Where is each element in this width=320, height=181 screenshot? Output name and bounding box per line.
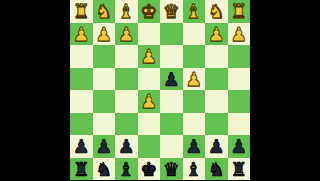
square-g5[interactable] [93,90,116,113]
square-a8[interactable]: ♜ [228,158,251,181]
square-e8[interactable]: ♚ [138,158,161,181]
square-d2[interactable] [160,23,183,46]
black-pawn-icon: ♟ [208,135,225,157]
black-queen-icon: ♛ [163,158,180,180]
square-g7[interactable]: ♟ [93,135,116,158]
square-c6[interactable] [183,113,206,136]
square-b3[interactable] [205,45,228,68]
square-c7[interactable]: ♟ [183,135,206,158]
black-pawn-icon: ♟ [163,68,180,90]
square-b7[interactable]: ♟ [205,135,228,158]
letterbox-left [0,0,70,180]
square-a3[interactable] [228,45,251,68]
square-d8[interactable]: ♛ [160,158,183,181]
square-a5[interactable] [228,90,251,113]
white-pawn-icon: ♟ [230,23,247,45]
white-bishop-icon: ♝ [118,0,135,22]
square-d1[interactable]: ♛ [160,0,183,23]
square-b2[interactable]: ♟ [205,23,228,46]
white-pawn-icon: ♟ [95,23,112,45]
video-frame: ♜♞♝♚♛♝♞♜♟♟♟♟♟♟♟♟♟♟♟♟♟♟♟♜♞♝♚♛♝♞♜ [0,0,320,180]
white-pawn-icon: ♟ [140,45,157,67]
black-king-icon: ♚ [140,158,157,180]
square-b4[interactable] [205,68,228,91]
black-pawn-icon: ♟ [185,135,202,157]
square-e6[interactable] [138,113,161,136]
square-d7[interactable] [160,135,183,158]
white-pawn-icon: ♟ [140,90,157,112]
square-h1[interactable]: ♜ [70,0,93,23]
square-h3[interactable] [70,45,93,68]
square-h6[interactable] [70,113,93,136]
square-g1[interactable]: ♞ [93,0,116,23]
black-rook-icon: ♜ [73,158,90,180]
square-e4[interactable] [138,68,161,91]
square-h7[interactable]: ♟ [70,135,93,158]
black-bishop-icon: ♝ [118,158,135,180]
square-d5[interactable] [160,90,183,113]
square-e3[interactable]: ♟ [138,45,161,68]
black-pawn-icon: ♟ [73,135,90,157]
square-c2[interactable] [183,23,206,46]
letterbox-right [250,0,320,180]
black-pawn-icon: ♟ [95,135,112,157]
chess-board: ♜♞♝♚♛♝♞♜♟♟♟♟♟♟♟♟♟♟♟♟♟♟♟♜♞♝♚♛♝♞♜ [70,0,250,180]
square-h4[interactable] [70,68,93,91]
square-b8[interactable]: ♞ [205,158,228,181]
black-pawn-icon: ♟ [230,135,247,157]
square-f1[interactable]: ♝ [115,0,138,23]
white-pawn-icon: ♟ [118,23,135,45]
square-a6[interactable] [228,113,251,136]
square-f7[interactable]: ♟ [115,135,138,158]
square-h8[interactable]: ♜ [70,158,93,181]
square-a2[interactable]: ♟ [228,23,251,46]
white-king-icon: ♚ [140,0,157,22]
white-pawn-icon: ♟ [185,68,202,90]
square-g4[interactable] [93,68,116,91]
square-b6[interactable] [205,113,228,136]
square-g8[interactable]: ♞ [93,158,116,181]
white-bishop-icon: ♝ [185,0,202,22]
square-c8[interactable]: ♝ [183,158,206,181]
square-f3[interactable] [115,45,138,68]
square-f6[interactable] [115,113,138,136]
square-b5[interactable] [205,90,228,113]
square-e1[interactable]: ♚ [138,0,161,23]
square-d4[interactable]: ♟ [160,68,183,91]
black-knight-icon: ♞ [95,158,112,180]
square-a7[interactable]: ♟ [228,135,251,158]
white-queen-icon: ♛ [163,0,180,22]
square-g3[interactable] [93,45,116,68]
square-d6[interactable] [160,113,183,136]
square-f8[interactable]: ♝ [115,158,138,181]
square-c5[interactable] [183,90,206,113]
square-f4[interactable] [115,68,138,91]
square-e2[interactable] [138,23,161,46]
square-c1[interactable]: ♝ [183,0,206,23]
square-a1[interactable]: ♜ [228,0,251,23]
square-e5[interactable]: ♟ [138,90,161,113]
square-b1[interactable]: ♞ [205,0,228,23]
white-knight-icon: ♞ [208,0,225,22]
black-bishop-icon: ♝ [185,158,202,180]
white-pawn-icon: ♟ [73,23,90,45]
square-a4[interactable] [228,68,251,91]
black-knight-icon: ♞ [208,158,225,180]
white-rook-icon: ♜ [230,0,247,22]
square-c3[interactable] [183,45,206,68]
black-pawn-icon: ♟ [118,135,135,157]
white-knight-icon: ♞ [95,0,112,22]
square-f2[interactable]: ♟ [115,23,138,46]
white-pawn-icon: ♟ [208,23,225,45]
square-d3[interactable] [160,45,183,68]
square-h5[interactable] [70,90,93,113]
square-f5[interactable] [115,90,138,113]
square-h2[interactable]: ♟ [70,23,93,46]
black-rook-icon: ♜ [230,158,247,180]
square-g6[interactable] [93,113,116,136]
square-c4[interactable]: ♟ [183,68,206,91]
white-rook-icon: ♜ [73,0,90,22]
square-g2[interactable]: ♟ [93,23,116,46]
square-e7[interactable] [138,135,161,158]
